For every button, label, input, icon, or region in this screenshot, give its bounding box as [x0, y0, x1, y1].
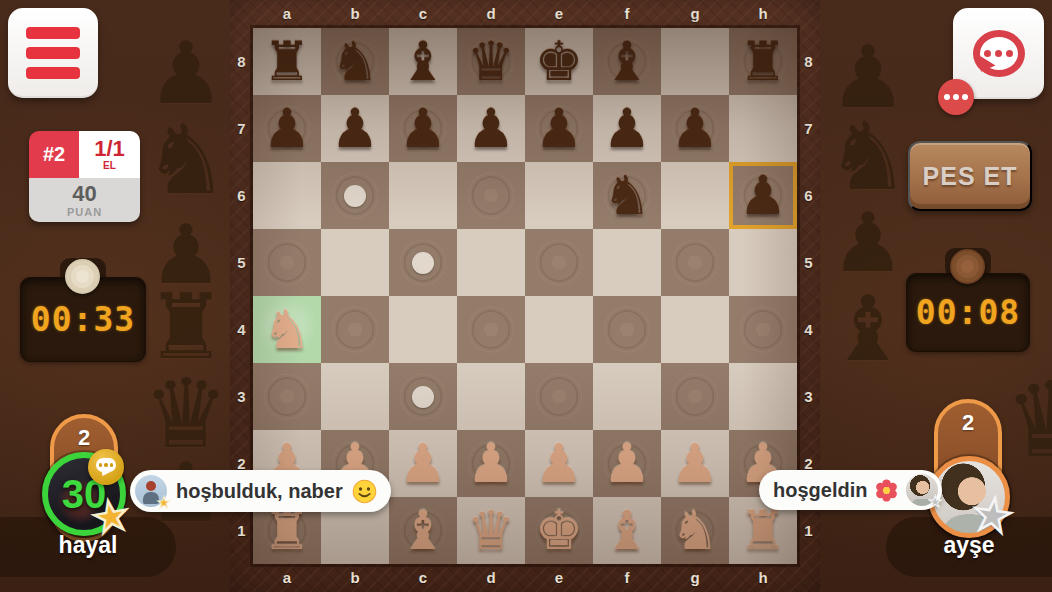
square-h6[interactable]: ♟ — [729, 162, 797, 229]
square-c4[interactable] — [389, 296, 457, 363]
rank-label: 4 — [797, 296, 820, 363]
chat-message-text: hoşbulduk, naber — [176, 480, 343, 503]
rank-label: 6 — [230, 162, 253, 229]
square-d5[interactable] — [457, 229, 525, 296]
square-c7[interactable]: ♟ — [389, 95, 457, 162]
square-a7[interactable]: ♟ — [253, 95, 321, 162]
file-label: d — [457, 564, 525, 592]
square-h3[interactable] — [729, 363, 797, 430]
piece-black-pawn: ♟ — [661, 95, 729, 162]
rank-label: 6 — [797, 162, 820, 229]
rank-label: 7 — [797, 95, 820, 162]
chat-bubble-icon — [973, 30, 1025, 77]
right-mini-avatar: ★ — [906, 474, 938, 506]
piece-black-knight: ♞ — [593, 162, 661, 229]
rank-label: 5 — [230, 229, 253, 296]
file-label: g — [661, 564, 729, 592]
round-counter: 1/1 — [94, 138, 125, 160]
clock-digits: 00:08 — [916, 293, 1020, 332]
square-e8[interactable]: ♚ — [525, 28, 593, 95]
square-b7[interactable]: ♟ — [321, 95, 389, 162]
square-d8[interactable]: ♛ — [457, 28, 525, 95]
piece-white-knight: ♞ — [661, 497, 729, 564]
square-d6[interactable] — [457, 162, 525, 229]
square-b5[interactable] — [321, 229, 389, 296]
piece-white-knight: ♞ — [253, 296, 321, 363]
piece-black-bishop: ♝ — [389, 28, 457, 95]
silhouette-queen-icon: ♛ — [138, 366, 234, 462]
square-a8[interactable]: ♜ — [253, 28, 321, 95]
rank-label: 4 — [230, 296, 253, 363]
speech-bubble-icon — [96, 458, 116, 472]
square-f7[interactable]: ♟ — [593, 95, 661, 162]
square-g4[interactable] — [661, 296, 729, 363]
square-h5[interactable] — [729, 229, 797, 296]
piece-black-pawn: ♟ — [525, 95, 593, 162]
file-label: c — [389, 0, 457, 28]
silhouette-bishop-icon: ♝ — [820, 284, 916, 374]
square-e1[interactable]: ♚ — [525, 497, 593, 564]
clock-digits: 00:33 — [31, 300, 135, 339]
silhouette-queen-icon: ♛ — [1004, 368, 1052, 472]
square-c2[interactable]: ♟ — [389, 430, 457, 497]
piece-white-pawn: ♟ — [525, 430, 593, 497]
score-label: PUAN — [67, 207, 102, 218]
right-player-name: ayşe — [928, 532, 1010, 559]
square-e2[interactable]: ♟ — [525, 430, 593, 497]
square-h7[interactable] — [729, 95, 797, 162]
piece-white-king: ♚ — [525, 497, 593, 564]
square-b4[interactable] — [321, 296, 389, 363]
piece-black-queen: ♛ — [457, 28, 525, 95]
square-g5[interactable] — [661, 229, 729, 296]
silhouette-knight-icon: ♞ — [820, 110, 916, 204]
move-hint-dot[interactable] — [344, 185, 366, 207]
square-d3[interactable] — [457, 363, 525, 430]
piece-black-pawn: ♟ — [253, 95, 321, 162]
file-label: a — [253, 0, 321, 28]
square-f6[interactable]: ♞ — [593, 162, 661, 229]
square-f5[interactable] — [593, 229, 661, 296]
silhouette-pawn-icon: ♟ — [138, 30, 234, 116]
piece-black-bishop: ♝ — [593, 28, 661, 95]
square-g2[interactable]: ♟ — [661, 430, 729, 497]
piece-white-bishop: ♝ — [593, 497, 661, 564]
square-h8[interactable]: ♜ — [729, 28, 797, 95]
move-hint-dot[interactable] — [412, 252, 434, 274]
square-c5[interactable] — [389, 229, 457, 296]
piece-white-queen: ♛ — [457, 497, 525, 564]
square-g3[interactable] — [661, 363, 729, 430]
square-d1[interactable]: ♛ — [457, 497, 525, 564]
rank-label: 3 — [797, 363, 820, 430]
resign-button[interactable]: PES ET — [908, 141, 1032, 211]
rank-label: 8 — [230, 28, 253, 95]
piece-black-pawn: ♟ — [321, 95, 389, 162]
square-a3[interactable] — [253, 363, 321, 430]
piece-black-pawn: ♟ — [593, 95, 661, 162]
file-label: e — [525, 0, 593, 28]
chat-message-text: hoşgeldin — [773, 479, 867, 502]
square-b6[interactable] — [321, 162, 389, 229]
square-f2[interactable]: ♟ — [593, 430, 661, 497]
round-label: EL — [103, 161, 116, 171]
file-label: b — [321, 0, 389, 28]
rank-label: 3 — [230, 363, 253, 430]
file-labels-bottom: abcdefgh — [253, 564, 797, 592]
white-checker-icon — [65, 259, 100, 294]
square-a5[interactable] — [253, 229, 321, 296]
move-hint-dot[interactable] — [412, 386, 434, 408]
menu-button[interactable] — [8, 8, 98, 98]
chat-notification-badge[interactable] — [88, 449, 124, 485]
file-label: f — [593, 564, 661, 592]
square-c3[interactable] — [389, 363, 457, 430]
square-f1[interactable]: ♝ — [593, 497, 661, 564]
rank-label: 5 — [797, 229, 820, 296]
piece-white-pawn: ♟ — [389, 430, 457, 497]
piece-white-pawn: ♟ — [457, 430, 525, 497]
square-d2[interactable]: ♟ — [457, 430, 525, 497]
square-e4[interactable] — [525, 296, 593, 363]
piece-black-rook: ♜ — [253, 28, 321, 95]
file-label: e — [525, 564, 593, 592]
piece-black-rook: ♜ — [729, 28, 797, 95]
silver-star-icon: ★ — [928, 494, 942, 510]
square-b8[interactable]: ♞ — [321, 28, 389, 95]
square-g8[interactable] — [661, 28, 729, 95]
black-player-clock: 00:08 — [906, 273, 1030, 352]
rank-badge: #2 — [29, 131, 79, 178]
square-d7[interactable]: ♟ — [457, 95, 525, 162]
square-e5[interactable] — [525, 229, 593, 296]
flower-emoji-icon — [875, 479, 898, 502]
square-g7[interactable]: ♟ — [661, 95, 729, 162]
file-label: f — [593, 0, 661, 28]
file-label: g — [661, 0, 729, 28]
square-e7[interactable]: ♟ — [525, 95, 593, 162]
score-value: 40 — [72, 183, 96, 205]
file-label: h — [729, 0, 797, 28]
square-f4[interactable] — [593, 296, 661, 363]
rank-label: 7 — [230, 95, 253, 162]
file-label: h — [729, 564, 797, 592]
square-f3[interactable] — [593, 363, 661, 430]
left-player-name: hayal — [28, 532, 148, 559]
square-f8[interactable]: ♝ — [593, 28, 661, 95]
silhouette-pawn-icon: ♟ — [820, 34, 916, 120]
square-d4[interactable] — [457, 296, 525, 363]
silhouette-pawn-icon: ♟ — [820, 202, 916, 284]
left-mini-avatar: ★ — [135, 475, 167, 507]
piece-white-pawn: ♟ — [661, 430, 729, 497]
left-chat-message: ★ hoşbulduk, naber — [130, 470, 391, 512]
square-b3[interactable] — [321, 363, 389, 430]
right-chat-message: hoşgeldin ★ — [759, 470, 942, 510]
silhouette-knight-icon: ♞ — [138, 112, 234, 208]
square-g1[interactable]: ♞ — [661, 497, 729, 564]
scoreboard-panel: #2 1/1 EL 40 PUAN — [29, 131, 140, 222]
file-label: d — [457, 0, 525, 28]
square-a4[interactable]: ♞ — [253, 296, 321, 363]
piece-black-pawn: ♟ — [729, 162, 797, 229]
piece-black-pawn: ♟ — [457, 95, 525, 162]
gold-star-icon: ★ — [157, 495, 171, 511]
piece-black-king: ♚ — [525, 28, 593, 95]
hamburger-icon — [26, 27, 80, 39]
file-labels-top: abcdefgh — [253, 0, 797, 28]
file-label: c — [389, 564, 457, 592]
rank-label: 8 — [797, 28, 820, 95]
file-label: a — [253, 564, 321, 592]
silhouette-pawn-icon: ♟ — [138, 214, 234, 296]
chess-app-screen: ♟♞♟♜♛♟ ♟♞♟♝ ♛ abcdefgh abcdefgh 87654321… — [0, 0, 1052, 592]
silhouette-rook-icon: ♜ — [138, 282, 234, 372]
square-c8[interactable]: ♝ — [389, 28, 457, 95]
file-label: b — [321, 564, 389, 592]
square-e6[interactable] — [525, 162, 593, 229]
square-c6[interactable] — [389, 162, 457, 229]
brown-checker-icon — [950, 249, 985, 284]
square-c1[interactable]: ♝ — [389, 497, 457, 564]
square-g6[interactable] — [661, 162, 729, 229]
square-a6[interactable] — [253, 162, 321, 229]
piece-black-pawn: ♟ — [389, 95, 457, 162]
piece-black-knight: ♞ — [321, 28, 389, 95]
smiley-emoji-icon — [352, 479, 377, 504]
square-e3[interactable] — [525, 363, 593, 430]
square-h4[interactable] — [729, 296, 797, 363]
piece-white-bishop: ♝ — [389, 497, 457, 564]
piece-white-pawn: ♟ — [593, 430, 661, 497]
more-messages-badge[interactable] — [938, 79, 974, 115]
